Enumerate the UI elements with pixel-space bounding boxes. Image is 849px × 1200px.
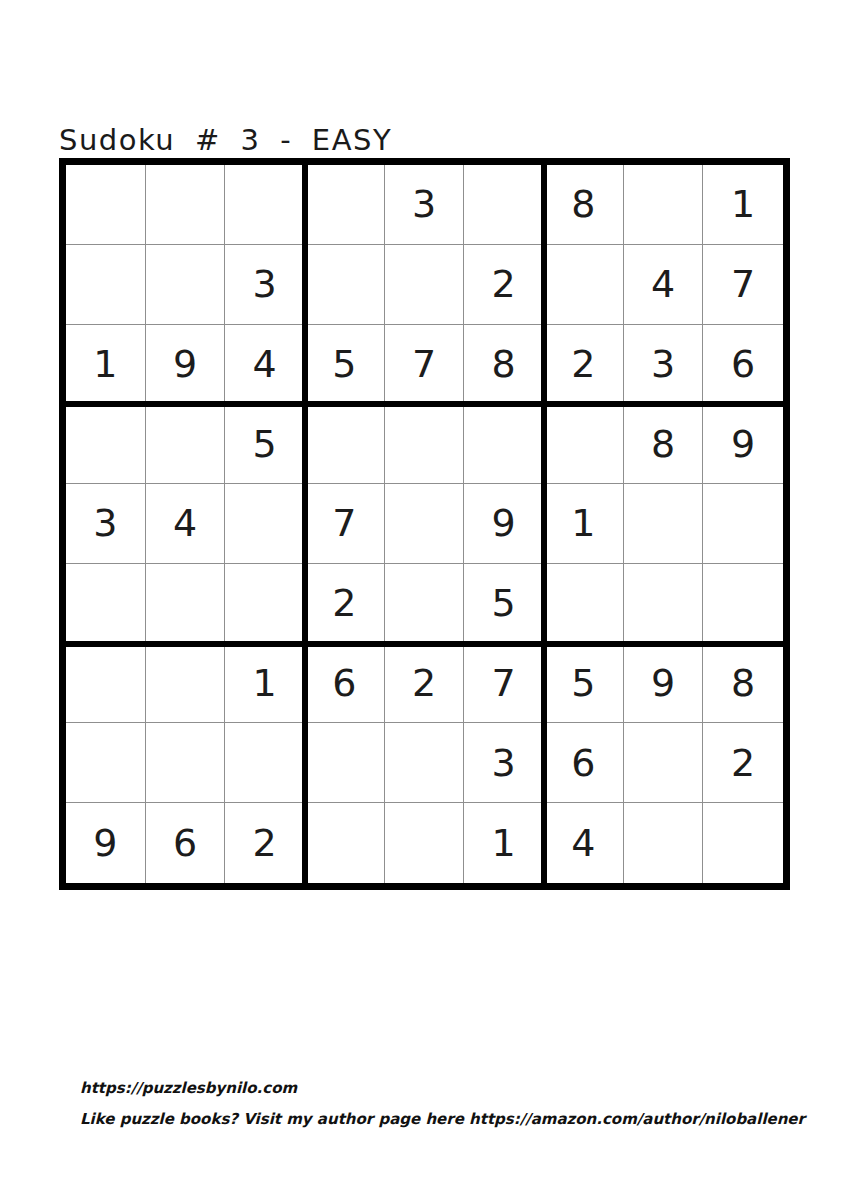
cell-r6c9 [703,564,783,644]
cell-r8c8 [624,723,704,803]
cell-r1c3 [225,165,305,245]
cell-r2c5 [385,245,465,325]
cell-r8c6: 3 [464,723,544,803]
cell-r3c6: 8 [464,325,544,405]
cell-r5c9 [703,484,783,564]
cell-r4c6 [464,404,544,484]
cell-r1c4 [305,165,385,245]
cell-r8c7: 6 [544,723,624,803]
cell-r3c2: 9 [146,325,226,405]
cell-r8c9: 2 [703,723,783,803]
cell-r6c5 [385,564,465,644]
box-divider-horizontal-2 [66,641,783,647]
cell-r7c4: 6 [305,644,385,724]
cell-r2c2 [146,245,226,325]
cell-r1c7: 8 [544,165,624,245]
cell-r5c8 [624,484,704,564]
cell-r7c7: 5 [544,644,624,724]
cell-r3c5: 7 [385,325,465,405]
cell-r5c3 [225,484,305,564]
cell-r9c4 [305,803,385,883]
footer-website-url: https://puzzlesbynilo.com [80,1079,297,1097]
cell-r9c8 [624,803,704,883]
cell-r8c3 [225,723,305,803]
sudoku-board: 3813247194578236589347912516275983629621… [59,158,790,890]
cell-r6c6: 5 [464,564,544,644]
box-divider-vertical-1 [302,165,308,883]
cell-r9c2: 6 [146,803,226,883]
cell-r1c5: 3 [385,165,465,245]
cell-r9c3: 2 [225,803,305,883]
cell-r9c9 [703,803,783,883]
cell-r4c8: 8 [624,404,704,484]
cell-r7c2 [146,644,226,724]
cell-r7c5: 2 [385,644,465,724]
cell-r2c4 [305,245,385,325]
cell-r8c4 [305,723,385,803]
cell-r4c4 [305,404,385,484]
cell-r8c2 [146,723,226,803]
cell-r1c6 [464,165,544,245]
cell-r3c8: 3 [624,325,704,405]
cell-r6c3 [225,564,305,644]
cell-r2c9: 7 [703,245,783,325]
cell-r3c1: 1 [66,325,146,405]
cell-r9c6: 1 [464,803,544,883]
cell-r5c1: 3 [66,484,146,564]
cell-r3c4: 5 [305,325,385,405]
cell-r7c6: 7 [464,644,544,724]
cell-r8c5 [385,723,465,803]
cell-r3c7: 2 [544,325,624,405]
cell-r3c3: 4 [225,325,305,405]
cell-r5c7: 1 [544,484,624,564]
cell-r9c5 [385,803,465,883]
cell-r7c8: 9 [624,644,704,724]
cell-r4c9: 9 [703,404,783,484]
cell-r4c3: 5 [225,404,305,484]
cell-r2c1 [66,245,146,325]
cell-r1c9: 1 [703,165,783,245]
cell-r4c7 [544,404,624,484]
cell-r9c7: 4 [544,803,624,883]
cell-r8c1 [66,723,146,803]
sudoku-grid: 3813247194578236589347912516275983629621… [66,165,783,883]
cell-r6c7 [544,564,624,644]
cell-r7c1 [66,644,146,724]
cell-r2c6: 2 [464,245,544,325]
cell-r4c1 [66,404,146,484]
cell-r5c6: 9 [464,484,544,564]
cell-r4c5 [385,404,465,484]
cell-r2c3: 3 [225,245,305,325]
sudoku-page: Sudoku # 3 - EASY 3813247194578236589347… [0,0,849,1200]
box-divider-vertical-2 [541,165,547,883]
cell-r5c2: 4 [146,484,226,564]
cell-r6c8 [624,564,704,644]
puzzle-title: Sudoku # 3 - EASY [59,124,392,156]
cell-r5c5 [385,484,465,564]
cell-r2c8: 4 [624,245,704,325]
cell-r3c9: 6 [703,325,783,405]
cell-r7c3: 1 [225,644,305,724]
cell-r5c4: 7 [305,484,385,564]
cell-r6c2 [146,564,226,644]
cell-r6c4: 2 [305,564,385,644]
cell-r1c2 [146,165,226,245]
cell-r4c2 [146,404,226,484]
cell-r7c9: 8 [703,644,783,724]
cell-r9c1: 9 [66,803,146,883]
box-divider-horizontal-1 [66,401,783,407]
cell-r2c7 [544,245,624,325]
cell-r1c8 [624,165,704,245]
footer-author-page-text: Like puzzle books? Visit my author page … [80,1110,805,1128]
cell-r1c1 [66,165,146,245]
cell-r6c1 [66,564,146,644]
